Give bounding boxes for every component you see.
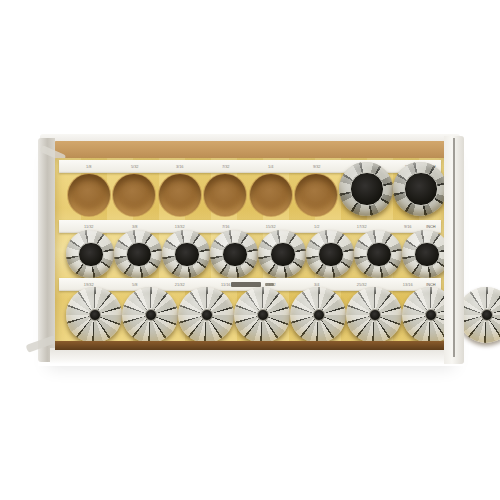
size-mark: 5/32 [119, 165, 149, 169]
tray-slot [402, 229, 450, 279]
size-mark: 17/32 [347, 225, 377, 229]
empty-collet-hole [159, 174, 201, 216]
size-mark: 1/2 [301, 225, 331, 229]
tray-slot [122, 285, 178, 345]
tray-slot [306, 229, 354, 279]
empty-collet-hole [250, 174, 292, 216]
tray-slot [248, 172, 294, 218]
empty-collet-hole [68, 174, 110, 216]
collet-medium-bore [66, 230, 114, 278]
tray-front-edge [55, 341, 445, 350]
empty-collet-hole [113, 174, 155, 216]
tray-slot [203, 172, 249, 218]
tray-slot [162, 229, 210, 279]
tray-slot [112, 172, 158, 218]
size-mark: 13/32 [165, 225, 195, 229]
tray-slot [66, 285, 122, 345]
shrink-wrap-left-edge [38, 138, 55, 362]
tray-slot [66, 172, 112, 218]
empty-collet-hole [204, 174, 246, 216]
collet-large-bore [339, 162, 393, 216]
size-mark: 3/8 [119, 225, 149, 229]
tray-slot [294, 172, 340, 218]
boxed-collet-set: 1/85/323/167/321/49/325/163/8 INCH 11/32… [38, 134, 464, 366]
shrink-wrap-right-edge [444, 136, 464, 364]
tray-slot [234, 285, 290, 345]
tray-slot [339, 172, 393, 218]
empty-collet-hole [295, 174, 337, 216]
box-front-panel [50, 348, 452, 364]
collet-small-bore [458, 287, 500, 343]
tray-slot [393, 172, 447, 218]
size-mark: 7/16 [210, 225, 240, 229]
collet-large-bore [393, 162, 447, 216]
product-photo: 1/85/323/167/321/49/325/163/8 INCH 11/32… [0, 0, 500, 500]
tray-slot [458, 285, 500, 345]
unit-label: INCH [426, 225, 436, 229]
collet-medium-bore [306, 230, 354, 278]
collet-small-bore [178, 287, 234, 343]
size-mark: 3/16 [165, 165, 195, 169]
collet-small-bore [346, 287, 402, 343]
collet-medium-bore [162, 230, 210, 278]
size-mark: 1/4 [256, 165, 286, 169]
collet-medium-bore [258, 230, 306, 278]
tray-slot [210, 229, 258, 279]
collet-medium-bore [402, 230, 450, 278]
size-mark: 9/16 [392, 225, 422, 229]
tray-slot [346, 285, 402, 345]
tray-slot [258, 229, 306, 279]
tray-slot [354, 229, 402, 279]
tray-slot [114, 229, 162, 279]
collet-small-bore [66, 287, 122, 343]
cardboard-back-panel [54, 141, 446, 159]
tray-row-bottom [66, 285, 430, 345]
tray-row-middle [66, 229, 430, 279]
collet-small-bore [234, 287, 290, 343]
collet-medium-bore [114, 230, 162, 278]
size-mark: 9/32 [301, 165, 331, 169]
collet-small-bore [122, 287, 178, 343]
tray-slot [178, 285, 234, 345]
size-mark: 7/32 [210, 165, 240, 169]
collet-small-bore [290, 287, 346, 343]
wooden-collet-tray: 1/85/323/167/321/49/325/163/8 INCH 11/32… [55, 158, 445, 350]
tray-slot [290, 285, 346, 345]
tray-row-top [66, 172, 430, 218]
collet-medium-bore [210, 230, 258, 278]
size-mark: 1/8 [74, 165, 104, 169]
tray-slot [66, 229, 114, 279]
collet-medium-bore [354, 230, 402, 278]
size-mark: 15/32 [256, 225, 286, 229]
tray-slot [157, 172, 203, 218]
size-mark: 11/32 [74, 225, 104, 229]
